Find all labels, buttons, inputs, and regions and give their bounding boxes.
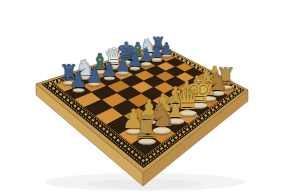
chess-board bbox=[0, 0, 290, 194]
chess-set-photo: Hand-painted figurine chess set in the s… bbox=[0, 0, 290, 194]
